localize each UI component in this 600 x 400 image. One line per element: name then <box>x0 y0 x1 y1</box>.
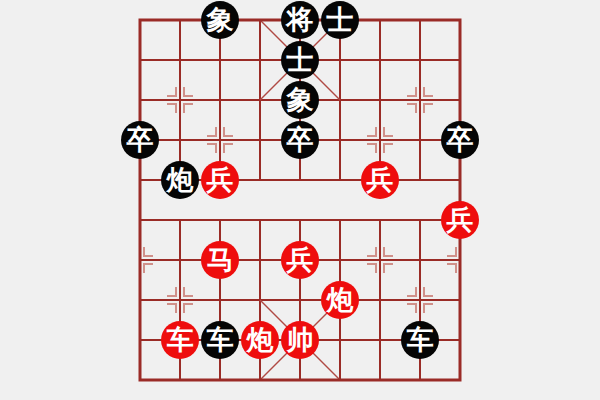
piece-red-soldier[interactable]: 兵 <box>281 241 319 279</box>
xiangqi-board: 象将士士象卒卒卒炮兵兵兵马兵炮车车炮帅车 <box>0 0 600 400</box>
piece-red-cannon[interactable]: 炮 <box>241 321 279 359</box>
piece-black-soldier[interactable]: 卒 <box>121 121 159 159</box>
piece-black-chariot[interactable]: 车 <box>201 321 239 359</box>
piece-red-soldier[interactable]: 兵 <box>441 201 479 239</box>
piece-red-cannon[interactable]: 炮 <box>321 281 359 319</box>
piece-black-general[interactable]: 将 <box>281 1 319 39</box>
piece-black-cannon[interactable]: 炮 <box>161 161 199 199</box>
piece-red-chariot[interactable]: 车 <box>161 321 199 359</box>
piece-black-soldier[interactable]: 卒 <box>281 121 319 159</box>
piece-black-advisor[interactable]: 士 <box>321 1 359 39</box>
piece-red-soldier[interactable]: 兵 <box>201 161 239 199</box>
piece-black-elephant[interactable]: 象 <box>281 81 319 119</box>
pieces-layer: 象将士士象卒卒卒炮兵兵兵马兵炮车车炮帅车 <box>120 0 480 400</box>
piece-black-soldier[interactable]: 卒 <box>441 121 479 159</box>
piece-red-soldier[interactable]: 兵 <box>361 161 399 199</box>
piece-red-general[interactable]: 帅 <box>281 321 319 359</box>
piece-black-advisor[interactable]: 士 <box>281 41 319 79</box>
piece-black-chariot[interactable]: 车 <box>401 321 439 359</box>
piece-red-horse[interactable]: 马 <box>201 241 239 279</box>
piece-black-elephant[interactable]: 象 <box>201 1 239 39</box>
